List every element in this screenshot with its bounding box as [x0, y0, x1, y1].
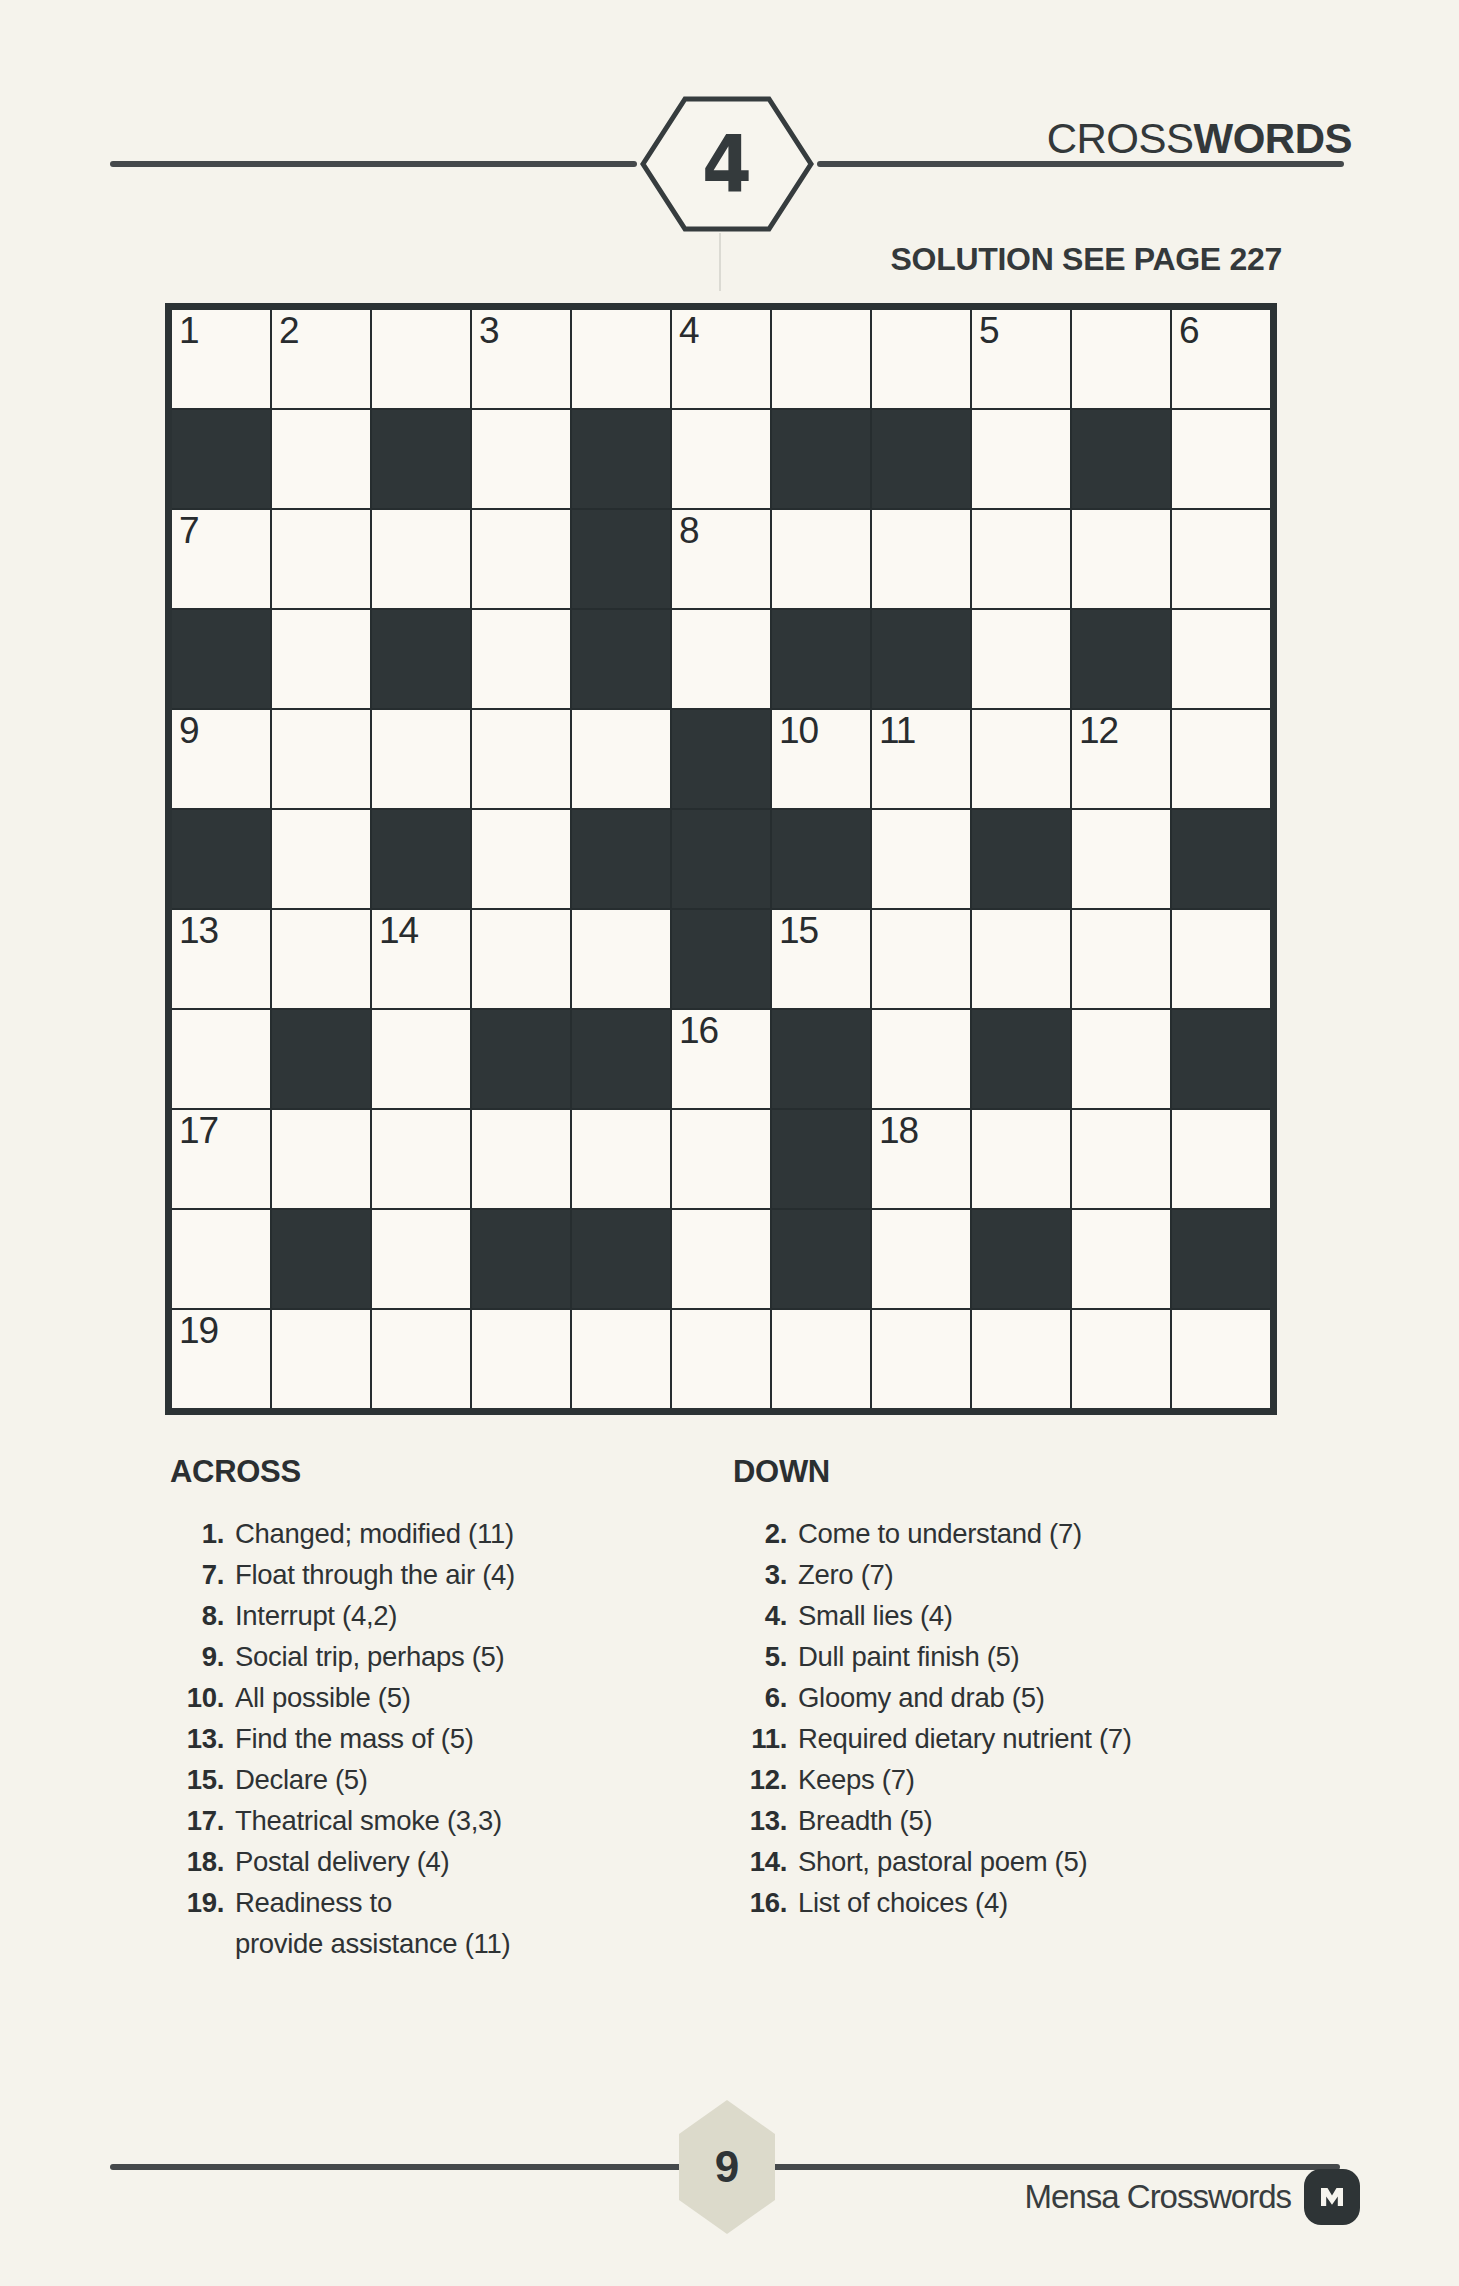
grid-cell[interactable] — [472, 610, 570, 708]
clue-number: 12. — [733, 1759, 787, 1800]
grid-cell[interactable]: 9 — [172, 710, 270, 808]
grid-cell[interactable] — [572, 1110, 670, 1208]
grid-cell[interactable] — [272, 810, 370, 908]
puzzle-number: 4 — [644, 95, 810, 233]
black-cell — [1172, 810, 1270, 908]
grid-cell[interactable] — [972, 910, 1070, 1008]
clue-number: 9. — [170, 1636, 224, 1677]
grid-cell[interactable] — [372, 1110, 470, 1208]
cell-number: 3 — [479, 312, 499, 349]
grid-cell[interactable] — [772, 1310, 870, 1408]
clue-item: 8.Interrupt (4,2) — [170, 1595, 726, 1636]
clue-text: Breadth (5) — [798, 1800, 932, 1841]
black-cell — [672, 810, 770, 908]
grid-cell[interactable] — [572, 310, 670, 408]
clue-text: Postal delivery (4) — [235, 1841, 449, 1882]
clue-item: 7.Float through the air (4) — [170, 1554, 726, 1595]
clue-item: 15.Declare (5) — [170, 1759, 726, 1800]
grid-cell[interactable] — [872, 910, 970, 1008]
grid-cell[interactable]: 7 — [172, 510, 270, 608]
cell-number: 18 — [879, 1112, 918, 1149]
down-clues-section: DOWN 2.Come to understand (7)3.Zero (7)4… — [733, 1455, 1383, 1923]
cell-number: 8 — [679, 512, 699, 549]
clue-number: 17. — [170, 1800, 224, 1841]
across-clues-section: ACROSS 1.Changed; modified (11)7.Float t… — [170, 1455, 726, 1964]
mensa-logo-icon — [1304, 2169, 1360, 2225]
clue-item: 18.Postal delivery (4) — [170, 1841, 726, 1882]
grid-cell[interactable] — [472, 1110, 570, 1208]
clue-item: 14.Short, pastoral poem (5) — [733, 1841, 1383, 1882]
cell-number: 7 — [179, 512, 199, 549]
across-heading: ACROSS — [170, 1455, 726, 1489]
cell-number: 9 — [179, 712, 199, 749]
header-rule-left — [110, 161, 637, 167]
grid-cell[interactable] — [872, 1010, 970, 1108]
clue-number: 16. — [733, 1882, 787, 1923]
cell-number: 16 — [679, 1012, 718, 1049]
grid-cell[interactable] — [1072, 910, 1170, 1008]
black-cell — [772, 610, 870, 708]
page-title: CROSSWORDS — [1047, 118, 1352, 160]
grid-cell[interactable] — [272, 610, 370, 708]
cell-number: 2 — [279, 312, 299, 349]
cell-number: 11 — [879, 712, 915, 749]
clue-item: 4.Small lies (4) — [733, 1595, 1383, 1636]
grid-cell[interactable] — [1072, 1310, 1170, 1408]
clue-number: 18. — [170, 1841, 224, 1882]
grid-cell[interactable] — [972, 410, 1070, 508]
black-cell — [872, 610, 970, 708]
clue-number: 4. — [733, 1595, 787, 1636]
clue-item: 6.Gloomy and drab (5) — [733, 1677, 1383, 1718]
grid-cell[interactable]: 11 — [872, 710, 970, 808]
clue-item: 5.Dull paint finish (5) — [733, 1636, 1383, 1677]
clue-number: 10. — [170, 1677, 224, 1718]
grid-cell[interactable] — [372, 310, 470, 408]
grid-cell[interactable] — [1072, 810, 1170, 908]
down-heading: DOWN — [733, 1455, 1383, 1489]
clue-text: Zero (7) — [798, 1554, 893, 1595]
black-cell — [672, 910, 770, 1008]
clue-text: List of choices (4) — [798, 1882, 1008, 1923]
grid-cell[interactable] — [272, 510, 370, 608]
title-bold: WORDS — [1194, 115, 1353, 162]
grid-cell[interactable] — [472, 810, 570, 908]
clue-text: All possible (5) — [235, 1677, 411, 1718]
grid-cell[interactable] — [272, 710, 370, 808]
clue-item: 11.Required dietary nutrient (7) — [733, 1718, 1383, 1759]
grid-cell[interactable] — [372, 510, 470, 608]
grid-cell[interactable] — [772, 310, 870, 408]
grid-cell[interactable]: 6 — [1172, 310, 1270, 408]
clue-item: 13.Find the mass of (5) — [170, 1718, 726, 1759]
clue-text: Required dietary nutrient (7) — [798, 1718, 1132, 1759]
grid-cell[interactable] — [972, 1310, 1070, 1408]
black-cell — [272, 1210, 370, 1308]
clue-item: 17.Theatrical smoke (3,3) — [170, 1800, 726, 1841]
clue-text: Find the mass of (5) — [235, 1718, 474, 1759]
brand-text: Mensa Crosswords — [1025, 2178, 1291, 2216]
grid-cell[interactable] — [972, 610, 1070, 708]
black-cell — [372, 610, 470, 708]
clue-text: Changed; modified (11) — [235, 1513, 514, 1554]
grid-cell[interactable]: 16 — [672, 1010, 770, 1108]
clue-item: 2.Come to understand (7) — [733, 1513, 1383, 1554]
clue-number: 2. — [733, 1513, 787, 1554]
clue-text: Gloomy and drab (5) — [798, 1677, 1045, 1718]
clue-number: 13. — [170, 1718, 224, 1759]
grid-cell[interactable] — [272, 1310, 370, 1408]
cell-number: 12 — [1079, 712, 1118, 749]
grid-cell[interactable] — [272, 1110, 370, 1208]
clue-item: 1.Changed; modified (11) — [170, 1513, 726, 1554]
clue-item: 9.Social trip, perhaps (5) — [170, 1636, 726, 1677]
black-cell — [372, 410, 470, 508]
page-number: 9 — [679, 2100, 775, 2234]
grid-cell[interactable] — [1072, 510, 1170, 608]
clue-number: 15. — [170, 1759, 224, 1800]
grid-cell[interactable]: 4 — [672, 310, 770, 408]
clue-number: 5. — [733, 1636, 787, 1677]
black-cell — [272, 1010, 370, 1108]
grid-cell[interactable] — [472, 910, 570, 1008]
black-cell — [572, 810, 670, 908]
brand: Mensa Crosswords — [1025, 2168, 1360, 2226]
grid-cell[interactable] — [1172, 910, 1270, 1008]
cell-number: 17 — [179, 1112, 218, 1149]
grid-cell[interactable] — [972, 710, 1070, 808]
cell-number: 10 — [779, 712, 818, 749]
black-cell — [872, 410, 970, 508]
grid-cell[interactable] — [872, 310, 970, 408]
grid-cell[interactable] — [572, 1310, 670, 1408]
grid-cell[interactable] — [1172, 1110, 1270, 1208]
black-cell — [1072, 410, 1170, 508]
black-cell — [572, 510, 670, 608]
black-cell — [372, 810, 470, 908]
grid-cell[interactable]: 15 — [772, 910, 870, 1008]
grid-cell[interactable] — [872, 1210, 970, 1308]
grid-cell[interactable] — [572, 910, 670, 1008]
clue-text: Readiness to provide assistance (11) — [235, 1882, 510, 1964]
cell-number: 6 — [1179, 312, 1199, 349]
clue-number: 6. — [733, 1677, 787, 1718]
black-cell — [972, 1010, 1070, 1108]
grid-cell[interactable] — [1072, 1010, 1170, 1108]
black-cell — [772, 1210, 870, 1308]
clue-item: 19.Readiness to provide assistance (11) — [170, 1882, 726, 1964]
black-cell — [472, 1010, 570, 1108]
grid-cell[interactable]: 8 — [672, 510, 770, 608]
grid-cell[interactable] — [672, 410, 770, 508]
clue-text: Interrupt (4,2) — [235, 1595, 397, 1636]
down-clue-list: 2.Come to understand (7)3.Zero (7)4.Smal… — [733, 1513, 1383, 1923]
grid-cell[interactable] — [672, 1310, 770, 1408]
clue-item: 13.Breadth (5) — [733, 1800, 1383, 1841]
grid-cell[interactable] — [672, 1110, 770, 1208]
grid-cell[interactable] — [1072, 1110, 1170, 1208]
page-number-badge: 9 — [679, 2100, 775, 2234]
clue-text: Come to understand (7) — [798, 1513, 1082, 1554]
clue-text: Short, pastoral poem (5) — [798, 1841, 1087, 1882]
grid-cell[interactable] — [272, 910, 370, 1008]
black-cell — [972, 810, 1070, 908]
clue-number: 1. — [170, 1513, 224, 1554]
grid-cell[interactable] — [1172, 710, 1270, 808]
black-cell — [472, 1210, 570, 1308]
clue-number: 19. — [170, 1882, 224, 1923]
cell-number: 19 — [179, 1312, 218, 1349]
grid-cell[interactable]: 14 — [372, 910, 470, 1008]
grid-cell[interactable] — [1072, 310, 1170, 408]
grid-cell[interactable]: 5 — [972, 310, 1070, 408]
grid-cell[interactable]: 13 — [172, 910, 270, 1008]
grid-cell[interactable] — [972, 510, 1070, 608]
grid-cell[interactable] — [372, 1310, 470, 1408]
grid-cell[interactable]: 10 — [772, 710, 870, 808]
grid-cell[interactable] — [872, 810, 970, 908]
black-cell — [572, 610, 670, 708]
grid-cell[interactable] — [472, 1310, 570, 1408]
grid-cell[interactable]: 2 — [272, 310, 370, 408]
grid-cell[interactable]: 18 — [872, 1110, 970, 1208]
grid-cell[interactable] — [572, 710, 670, 808]
grid-cell[interactable] — [372, 1010, 470, 1108]
clue-number: 7. — [170, 1554, 224, 1595]
clue-text: Social trip, perhaps (5) — [235, 1636, 504, 1677]
black-cell — [672, 710, 770, 808]
grid-cell[interactable]: 19 — [172, 1310, 270, 1408]
clue-text: Theatrical smoke (3,3) — [235, 1800, 502, 1841]
grid-cell[interactable] — [1072, 1210, 1170, 1308]
black-cell — [1172, 1010, 1270, 1108]
clue-text: Dull paint finish (5) — [798, 1636, 1019, 1677]
black-cell — [772, 1110, 870, 1208]
grid-cell[interactable] — [872, 1310, 970, 1408]
grid-cell[interactable]: 3 — [472, 310, 570, 408]
clue-text: Float through the air (4) — [235, 1554, 515, 1595]
clue-item: 16.List of choices (4) — [733, 1882, 1383, 1923]
clue-number: 13. — [733, 1800, 787, 1841]
grid-cell[interactable] — [872, 510, 970, 608]
grid-cell[interactable] — [1172, 410, 1270, 508]
cell-number: 4 — [679, 312, 699, 349]
black-cell — [1172, 1210, 1270, 1308]
grid-cell[interactable] — [472, 510, 570, 608]
grid-cell[interactable]: 12 — [1072, 710, 1170, 808]
black-cell — [572, 1210, 670, 1308]
puzzle-number-badge: 4 — [637, 95, 817, 233]
cell-number: 1 — [179, 312, 199, 349]
black-cell — [172, 410, 270, 508]
grid-cell[interactable] — [1172, 1310, 1270, 1408]
clue-item: 12.Keeps (7) — [733, 1759, 1383, 1800]
cell-number: 14 — [379, 912, 418, 949]
clue-number: 11. — [733, 1718, 787, 1759]
black-cell — [572, 1010, 670, 1108]
black-cell — [572, 410, 670, 508]
grid-cell[interactable] — [172, 1010, 270, 1108]
black-cell — [172, 810, 270, 908]
clue-number: 8. — [170, 1595, 224, 1636]
grid-cell[interactable] — [372, 1210, 470, 1308]
crossword-grid: 12345678910111213141516171819 — [165, 303, 1277, 1415]
clue-number: 14. — [733, 1841, 787, 1882]
grid-cell[interactable] — [972, 1110, 1070, 1208]
cell-number: 5 — [979, 312, 999, 349]
solution-note: SOLUTION SEE PAGE 227 — [891, 241, 1282, 278]
cell-number: 15 — [779, 912, 818, 949]
cell-number: 13 — [179, 912, 218, 949]
grid-cell[interactable] — [472, 410, 570, 508]
clue-text: Declare (5) — [235, 1759, 368, 1800]
clue-item: 10.All possible (5) — [170, 1677, 726, 1718]
grid-cell[interactable] — [472, 710, 570, 808]
black-cell — [972, 1210, 1070, 1308]
clue-number: 3. — [733, 1554, 787, 1595]
black-cell — [772, 410, 870, 508]
grid-cell[interactable] — [1172, 610, 1270, 708]
black-cell — [772, 810, 870, 908]
grid-cell[interactable] — [772, 510, 870, 608]
grid-cell[interactable]: 17 — [172, 1110, 270, 1208]
page-crease — [719, 233, 721, 291]
grid-cell[interactable] — [172, 1210, 270, 1308]
grid-cell[interactable] — [272, 410, 370, 508]
grid-cell[interactable] — [372, 710, 470, 808]
grid-cell[interactable]: 1 — [172, 310, 270, 408]
title-regular: CROSS — [1047, 115, 1194, 162]
black-cell — [1072, 610, 1170, 708]
across-clue-list: 1.Changed; modified (11)7.Float through … — [170, 1513, 726, 1964]
clue-text: Keeps (7) — [798, 1759, 915, 1800]
grid-cell[interactable] — [672, 610, 770, 708]
black-cell — [172, 610, 270, 708]
black-cell — [772, 1010, 870, 1108]
clue-text: Small lies (4) — [798, 1595, 953, 1636]
grid-cell[interactable] — [1172, 510, 1270, 608]
grid-cell[interactable] — [672, 1210, 770, 1308]
clue-item: 3.Zero (7) — [733, 1554, 1383, 1595]
